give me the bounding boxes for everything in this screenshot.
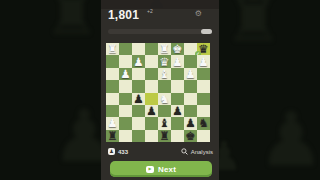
square-e2[interactable] bbox=[145, 55, 158, 67]
rating-delta: +2 bbox=[147, 8, 153, 14]
app-panel: ♟ 1,801 +2 ⚙ ♜♜♚♛✓♟♛♟♟♟♝♟♟♞♟♟♟♝♟♞♜♜♚ ♟ 4… bbox=[101, 0, 219, 180]
play-arrow-icon: ▶ bbox=[146, 166, 154, 173]
square-c7[interactable] bbox=[171, 117, 184, 129]
black-pawn: ♟ bbox=[146, 105, 156, 117]
square-d5[interactable]: ♞ bbox=[158, 93, 171, 105]
analysis-button[interactable]: Analysis bbox=[181, 148, 213, 155]
square-d7[interactable]: ♝ bbox=[158, 117, 171, 129]
background-blur-pawn-bottom-right: ♟ bbox=[258, 102, 320, 176]
square-b8[interactable]: ♚ bbox=[184, 130, 197, 142]
square-c2[interactable]: ♟ bbox=[171, 55, 184, 67]
black-king: ♚ bbox=[185, 130, 195, 142]
puzzle-count-group: ♟ 433 bbox=[108, 148, 128, 155]
puzzle-piece-icon: ♟ bbox=[108, 148, 115, 155]
square-g3[interactable]: ♟ bbox=[119, 68, 132, 80]
square-c4[interactable] bbox=[171, 80, 184, 92]
square-g6[interactable] bbox=[119, 105, 132, 117]
square-e6[interactable]: ♟ bbox=[145, 105, 158, 117]
square-a8[interactable] bbox=[197, 130, 210, 142]
background-blur-rook-top-left: ♜ bbox=[44, 0, 100, 44]
square-f3[interactable] bbox=[132, 68, 145, 80]
square-c3[interactable] bbox=[171, 68, 184, 80]
square-g5[interactable] bbox=[119, 93, 132, 105]
black-knight: ♞ bbox=[198, 117, 208, 129]
square-d1[interactable]: ♜ bbox=[158, 43, 171, 55]
rating-progress-bar bbox=[108, 29, 212, 34]
square-a6[interactable] bbox=[197, 105, 210, 117]
black-bishop: ♝ bbox=[159, 117, 169, 129]
square-f1[interactable] bbox=[132, 43, 145, 55]
white-bishop: ♝ bbox=[159, 68, 169, 80]
square-h2[interactable] bbox=[106, 55, 119, 67]
square-a5[interactable] bbox=[197, 93, 210, 105]
square-e4[interactable] bbox=[145, 80, 158, 92]
chess-board: ♜♜♚♛✓♟♛♟♟♟♝♟♟♞♟♟♟♝♟♞♜♜♚ bbox=[106, 43, 210, 142]
white-pawn: ♟ bbox=[120, 68, 130, 80]
square-f7[interactable] bbox=[132, 117, 145, 129]
square-e1[interactable] bbox=[145, 43, 158, 55]
square-c5[interactable] bbox=[171, 93, 184, 105]
square-f6[interactable] bbox=[132, 105, 145, 117]
square-a7[interactable]: ♞ bbox=[197, 117, 210, 129]
square-b5[interactable] bbox=[184, 93, 197, 105]
square-g7[interactable] bbox=[119, 117, 132, 129]
white-pawn: ♟ bbox=[107, 117, 117, 129]
square-b2[interactable] bbox=[184, 55, 197, 67]
square-h8[interactable]: ♜ bbox=[106, 130, 119, 142]
square-a2[interactable]: ♟ bbox=[197, 55, 210, 67]
white-pawn: ♟ bbox=[198, 56, 208, 68]
square-e8[interactable] bbox=[145, 130, 158, 142]
square-h4[interactable] bbox=[106, 80, 119, 92]
square-c6[interactable]: ♟ bbox=[171, 105, 184, 117]
gear-icon[interactable]: ⚙ bbox=[195, 10, 202, 18]
square-f5[interactable]: ♟ bbox=[132, 93, 145, 105]
square-g8[interactable] bbox=[119, 130, 132, 142]
square-e7[interactable] bbox=[145, 117, 158, 129]
analysis-label: Analysis bbox=[191, 149, 213, 155]
background-blur-rook-top-right: ♜ bbox=[224, 0, 283, 52]
square-h3[interactable] bbox=[106, 68, 119, 80]
white-pawn: ♟ bbox=[185, 68, 195, 80]
black-pawn: ♟ bbox=[172, 105, 182, 117]
bottom-bar: ♟ 433 Analysis bbox=[108, 146, 213, 157]
square-b4[interactable] bbox=[184, 80, 197, 92]
square-f4[interactable] bbox=[132, 80, 145, 92]
square-a1[interactable]: ♛✓ bbox=[197, 43, 210, 55]
white-king: ♚ bbox=[172, 43, 182, 55]
black-pawn: ♟ bbox=[133, 93, 143, 105]
next-button[interactable]: ▶ Next bbox=[110, 161, 212, 177]
square-c1[interactable]: ♚ bbox=[171, 43, 184, 55]
white-pawn: ♟ bbox=[172, 56, 182, 68]
white-pawn: ♟ bbox=[133, 56, 143, 68]
square-g1[interactable] bbox=[119, 43, 132, 55]
puzzle-rating: 1,801 bbox=[108, 8, 139, 22]
square-b3[interactable]: ♟ bbox=[184, 68, 197, 80]
magnifier-icon bbox=[181, 148, 188, 155]
square-d3[interactable]: ♝ bbox=[158, 68, 171, 80]
black-pawn: ♟ bbox=[185, 117, 195, 129]
white-knight: ♞ bbox=[159, 93, 169, 105]
square-d8[interactable]: ♜ bbox=[158, 130, 171, 142]
square-h5[interactable] bbox=[106, 93, 119, 105]
square-g4[interactable] bbox=[119, 80, 132, 92]
square-g2[interactable] bbox=[119, 55, 132, 67]
square-b7[interactable]: ♟ bbox=[184, 117, 197, 129]
white-queen: ♛ bbox=[159, 56, 169, 68]
square-h1[interactable]: ♜ bbox=[106, 43, 119, 55]
next-button-label: Next bbox=[158, 165, 176, 174]
square-e5[interactable] bbox=[145, 93, 158, 105]
square-d6[interactable] bbox=[158, 105, 171, 117]
progress-bar-cap bbox=[201, 29, 212, 34]
white-rook: ♜ bbox=[159, 43, 169, 55]
square-d4[interactable] bbox=[158, 80, 171, 92]
square-b6[interactable] bbox=[184, 105, 197, 117]
puzzle-count: 433 bbox=[118, 149, 128, 155]
square-e3[interactable] bbox=[145, 68, 158, 80]
square-h6[interactable] bbox=[106, 105, 119, 117]
black-rook: ♜ bbox=[107, 130, 117, 142]
square-f2[interactable]: ♟ bbox=[132, 55, 145, 67]
black-rook: ♜ bbox=[159, 130, 169, 142]
square-h7[interactable]: ♟ bbox=[106, 117, 119, 129]
square-c8[interactable] bbox=[171, 130, 184, 142]
white-rook: ♜ bbox=[107, 43, 117, 55]
screenshot-stage: ♜ ♟ ♜ ♟ ♟ ♟ 1,801 +2 ⚙ ♜♜♚♛✓♟♛♟♟♟♝♟♟♞♟♟♟… bbox=[0, 0, 320, 180]
square-d2[interactable]: ♛ bbox=[158, 55, 171, 67]
square-a4[interactable] bbox=[197, 80, 210, 92]
square-a3[interactable] bbox=[197, 68, 210, 80]
square-f8[interactable] bbox=[132, 130, 145, 142]
